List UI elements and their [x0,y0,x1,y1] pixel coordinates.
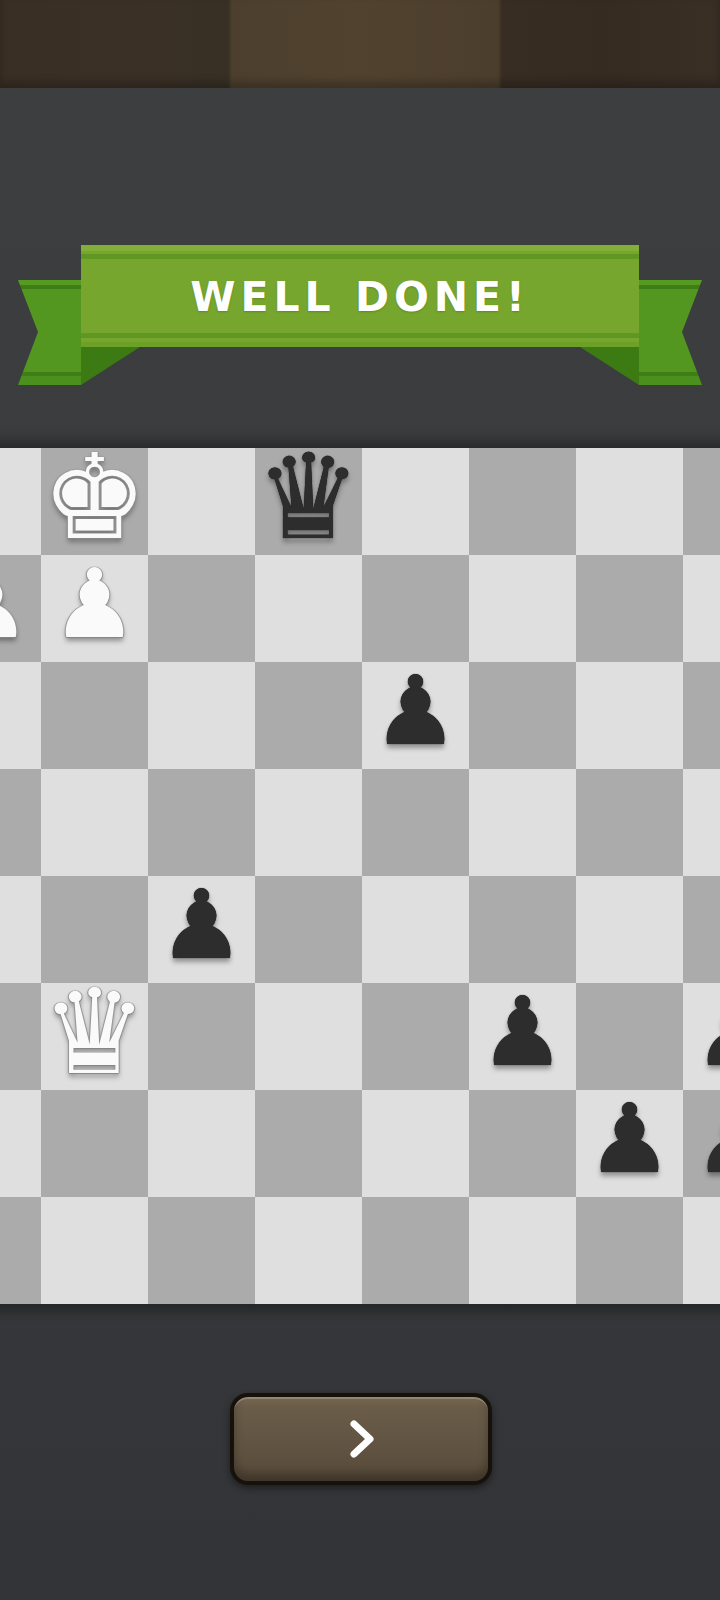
black-pawn-glyph: ♟ [479,979,565,1086]
banner-band: WELL DONE! [81,245,639,347]
white-king-glyph: ♚ [42,444,148,551]
piece-white-queen-b3[interactable]: ♛ [41,983,148,1090]
chevron-right-icon [337,1415,385,1463]
square-c6[interactable] [148,662,255,769]
square-a1[interactable] [0,1197,41,1304]
square-g1[interactable] [576,1197,683,1304]
square-g5[interactable] [576,769,683,876]
banner-ribbon-fold-right [580,347,639,385]
square-b2[interactable] [41,1090,148,1197]
square-f4[interactable] [469,876,576,983]
white-pawn-glyph: ♟ [0,551,31,658]
piece-white-pawn-a7[interactable]: ♟ [0,555,41,662]
square-d4[interactable] [255,876,362,983]
square-g8[interactable] [576,448,683,555]
square-f2[interactable] [469,1090,576,1197]
piece-white-pawn-b7[interactable]: ♟ [41,555,148,662]
square-c1[interactable] [148,1197,255,1304]
square-c5[interactable] [148,769,255,876]
square-a8[interactable] [0,448,41,555]
square-b1[interactable] [41,1197,148,1304]
black-pawn-glyph: ♟ [693,1086,720,1193]
square-e8[interactable] [362,448,469,555]
app-screen: WELL DONE! ♚♛♟♟♟♟♛♟♟♟♟ [0,0,720,1600]
square-e2[interactable] [362,1090,469,1197]
banner-ribbon-tail-right [639,280,702,385]
square-h1[interactable] [683,1197,720,1304]
square-d1[interactable] [255,1197,362,1304]
square-c8[interactable] [148,448,255,555]
square-e3[interactable] [362,983,469,1090]
square-d3[interactable] [255,983,362,1090]
black-pawn-glyph: ♟ [158,872,244,979]
square-b6[interactable] [41,662,148,769]
square-g6[interactable] [576,662,683,769]
square-c7[interactable] [148,555,255,662]
square-a5[interactable] [0,769,41,876]
square-f6[interactable] [469,662,576,769]
chess-board: ♚♛♟♟♟♟♛♟♟♟♟ [0,448,720,1304]
piece-black-pawn-h3[interactable]: ♟ [683,983,720,1090]
black-pawn-glyph: ♟ [586,1086,672,1193]
square-g3[interactable] [576,983,683,1090]
piece-black-pawn-f3[interactable]: ♟ [469,983,576,1090]
square-d2[interactable] [255,1090,362,1197]
square-d7[interactable] [255,555,362,662]
black-pawn-glyph: ♟ [372,658,458,765]
white-queen-glyph: ♛ [42,979,148,1086]
square-a3[interactable] [0,983,41,1090]
square-a6[interactable] [0,662,41,769]
square-h8[interactable] [683,448,720,555]
square-b5[interactable] [41,769,148,876]
piece-black-pawn-e6[interactable]: ♟ [362,662,469,769]
square-e4[interactable] [362,876,469,983]
square-g7[interactable] [576,555,683,662]
piece-black-pawn-c4[interactable]: ♟ [148,876,255,983]
square-a2[interactable] [0,1090,41,1197]
piece-black-pawn-h2[interactable]: ♟ [683,1090,720,1197]
well-done-banner: WELL DONE! [0,0,720,400]
square-f8[interactable] [469,448,576,555]
piece-black-pawn-g2[interactable]: ♟ [576,1090,683,1197]
square-f1[interactable] [469,1197,576,1304]
square-g4[interactable] [576,876,683,983]
piece-white-king-b8[interactable]: ♚ [41,448,148,555]
banner-ribbon-fold-left [81,347,140,385]
square-f5[interactable] [469,769,576,876]
next-button[interactable] [230,1393,492,1485]
banner-text: WELL DONE! [190,271,530,321]
white-pawn-glyph: ♟ [51,551,137,658]
square-h4[interactable] [683,876,720,983]
square-h5[interactable] [683,769,720,876]
square-c3[interactable] [148,983,255,1090]
piece-black-queen-d8[interactable]: ♛ [255,448,362,555]
banner-ribbon-tail-left [18,280,81,385]
square-h7[interactable] [683,555,720,662]
square-e5[interactable] [362,769,469,876]
square-e1[interactable] [362,1197,469,1304]
square-d6[interactable] [255,662,362,769]
square-f7[interactable] [469,555,576,662]
black-pawn-glyph: ♟ [693,979,720,1086]
black-queen-glyph: ♛ [256,444,362,551]
square-c2[interactable] [148,1090,255,1197]
square-d5[interactable] [255,769,362,876]
square-e7[interactable] [362,555,469,662]
square-a4[interactable] [0,876,41,983]
square-h6[interactable] [683,662,720,769]
